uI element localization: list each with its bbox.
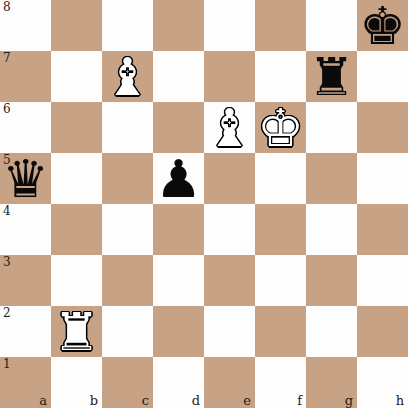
square-f7[interactable]	[255, 51, 306, 102]
square-c1[interactable]: c	[102, 357, 153, 408]
square-e7[interactable]	[204, 51, 255, 102]
square-h4[interactable]	[357, 204, 408, 255]
square-f3[interactable]	[255, 255, 306, 306]
file-label-h: h	[396, 394, 404, 408]
square-d1[interactable]: d	[153, 357, 204, 408]
square-f4[interactable]	[255, 204, 306, 255]
square-b8[interactable]	[51, 0, 102, 51]
square-a2[interactable]: 2	[0, 306, 51, 357]
white-king[interactable]: ♚	[255, 102, 306, 153]
square-h8[interactable]: ♚	[357, 0, 408, 51]
square-e8[interactable]	[204, 0, 255, 51]
square-b6[interactable]	[51, 102, 102, 153]
square-h5[interactable]	[357, 153, 408, 204]
square-d2[interactable]	[153, 306, 204, 357]
square-h1[interactable]: h	[357, 357, 408, 408]
square-g8[interactable]	[306, 0, 357, 51]
rank-label-1: 1	[3, 358, 11, 371]
square-f5[interactable]	[255, 153, 306, 204]
square-e6[interactable]: ♝	[204, 102, 255, 153]
file-label-d: d	[192, 394, 200, 408]
chess-board: 8♚7♝♜6♝♚5♛♟432♜1abcdefgh	[0, 0, 408, 408]
square-c3[interactable]	[102, 255, 153, 306]
square-g7[interactable]: ♜	[306, 51, 357, 102]
square-h6[interactable]	[357, 102, 408, 153]
file-label-a: a	[39, 394, 47, 408]
black-rook[interactable]: ♜	[306, 51, 357, 102]
square-b3[interactable]	[51, 255, 102, 306]
square-d3[interactable]	[153, 255, 204, 306]
white-bishop[interactable]: ♝	[204, 102, 255, 153]
square-f1[interactable]: f	[255, 357, 306, 408]
square-b2[interactable]: ♜	[51, 306, 102, 357]
square-e5[interactable]	[204, 153, 255, 204]
file-label-e: e	[243, 394, 251, 408]
square-b7[interactable]	[51, 51, 102, 102]
square-f6[interactable]: ♚	[255, 102, 306, 153]
rank-label-8: 8	[3, 1, 11, 14]
rank-label-4: 4	[3, 205, 11, 218]
file-label-c: c	[142, 394, 149, 408]
square-a1[interactable]: 1a	[0, 357, 51, 408]
square-h2[interactable]	[357, 306, 408, 357]
square-c5[interactable]	[102, 153, 153, 204]
square-f2[interactable]	[255, 306, 306, 357]
square-b1[interactable]: b	[51, 357, 102, 408]
square-a6[interactable]: 6	[0, 102, 51, 153]
square-g3[interactable]	[306, 255, 357, 306]
square-e4[interactable]	[204, 204, 255, 255]
square-d5[interactable]: ♟	[153, 153, 204, 204]
square-g1[interactable]: g	[306, 357, 357, 408]
file-label-g: g	[345, 394, 353, 408]
square-b5[interactable]	[51, 153, 102, 204]
square-g2[interactable]	[306, 306, 357, 357]
square-f8[interactable]	[255, 0, 306, 51]
rank-label-2: 2	[3, 307, 11, 320]
square-d6[interactable]	[153, 102, 204, 153]
square-d4[interactable]	[153, 204, 204, 255]
rank-label-3: 3	[3, 256, 11, 269]
square-e2[interactable]	[204, 306, 255, 357]
square-h3[interactable]	[357, 255, 408, 306]
square-g5[interactable]	[306, 153, 357, 204]
file-label-b: b	[90, 394, 98, 408]
square-g4[interactable]	[306, 204, 357, 255]
square-c7[interactable]: ♝	[102, 51, 153, 102]
rank-label-6: 6	[3, 103, 11, 116]
square-a3[interactable]: 3	[0, 255, 51, 306]
white-bishop[interactable]: ♝	[102, 51, 153, 102]
square-d7[interactable]	[153, 51, 204, 102]
square-c2[interactable]	[102, 306, 153, 357]
white-rook[interactable]: ♜	[51, 306, 102, 357]
square-b4[interactable]	[51, 204, 102, 255]
file-label-f: f	[297, 394, 302, 408]
square-g6[interactable]	[306, 102, 357, 153]
square-h7[interactable]	[357, 51, 408, 102]
rank-label-7: 7	[3, 52, 11, 65]
square-c6[interactable]	[102, 102, 153, 153]
square-a4[interactable]: 4	[0, 204, 51, 255]
square-c8[interactable]	[102, 0, 153, 51]
square-e3[interactable]	[204, 255, 255, 306]
square-a5[interactable]: 5♛	[0, 153, 51, 204]
black-pawn[interactable]: ♟	[153, 153, 204, 204]
black-king[interactable]: ♚	[357, 0, 408, 51]
square-c4[interactable]	[102, 204, 153, 255]
square-d8[interactable]	[153, 0, 204, 51]
black-queen[interactable]: ♛	[0, 153, 51, 204]
square-e1[interactable]: e	[204, 357, 255, 408]
square-a7[interactable]: 7	[0, 51, 51, 102]
square-a8[interactable]: 8	[0, 0, 51, 51]
